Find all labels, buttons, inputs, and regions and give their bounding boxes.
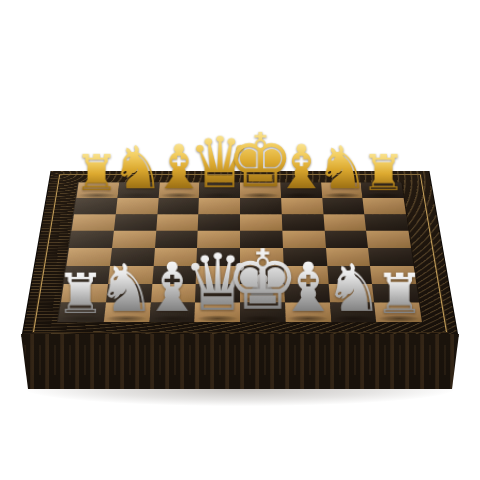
piece-gold-rook-h8: ♜: [361, 148, 406, 198]
square-a5: [69, 231, 114, 248]
square-b5: [112, 231, 156, 248]
square-h8: ♜: [361, 182, 404, 198]
square-g7: [322, 198, 365, 214]
square-h1: ♜: [374, 303, 422, 322]
square-g1: ♞: [330, 303, 377, 322]
square-g8: ♞: [321, 182, 363, 198]
square-a7: [74, 198, 117, 214]
square-f7: [281, 198, 323, 214]
product-photo: ♜♞♝♛♚♝♞♜♟♜♞♝♛♚♝♞♜: [0, 0, 480, 480]
chess-board: ♜♞♝♛♚♝♞♜♟♜♞♝♛♚♝♞♜: [23, 171, 458, 336]
square-b7: [115, 198, 158, 214]
square-d7: [198, 198, 240, 214]
piece-silver-rook-h1: ♜: [374, 266, 424, 321]
board-squares-grid: ♜♞♝♛♚♝♞♜♟♜♞♝♛♚♝♞♜: [57, 182, 423, 322]
square-h5: [366, 231, 411, 248]
square-c7: [157, 198, 199, 214]
board-case-embossing: [24, 345, 456, 375]
square-e7: [240, 198, 282, 214]
square-g5: [324, 231, 368, 248]
square-h7: [363, 198, 406, 214]
